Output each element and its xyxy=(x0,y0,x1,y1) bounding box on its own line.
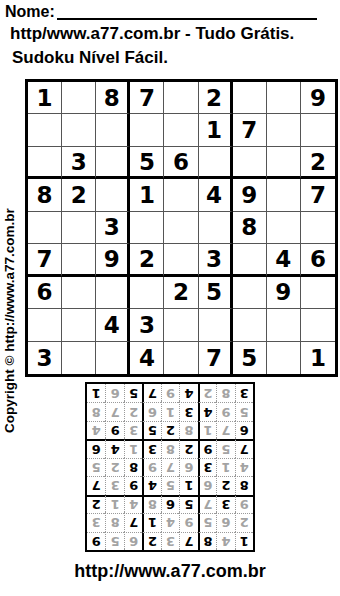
solution-cell-r1c8: 5 xyxy=(105,532,123,550)
solution-cell-r8c2: 9 xyxy=(216,402,234,420)
solution-cell-r4c7: 9 xyxy=(124,476,142,494)
sudoku-cell-r1c8 xyxy=(267,82,301,114)
sudoku-cell-r6c3: 9 xyxy=(96,244,130,276)
solution-cell-r4c6: 4 xyxy=(142,476,160,494)
name-label: Nome: xyxy=(5,3,55,20)
solution-cell-r5c3: 3 xyxy=(198,458,216,476)
sudoku-cell-r2c2 xyxy=(62,114,96,146)
solution-cell-r3c2: 3 xyxy=(216,495,234,513)
solution-cell-r2c2: 6 xyxy=(216,513,234,531)
solution-cell-r9c5: 9 xyxy=(161,384,179,402)
sudoku-cell-r9c7: 5 xyxy=(233,342,267,374)
sudoku-cell-r6c7 xyxy=(233,244,267,276)
sudoku-cell-r2c9 xyxy=(301,114,335,146)
sudoku-cell-r9c3 xyxy=(96,342,130,374)
solution-cell-r4c3: 6 xyxy=(198,476,216,494)
solution-cell-r4c5: 5 xyxy=(161,476,179,494)
sudoku-cell-r9c9: 1 xyxy=(301,342,335,374)
solution-cell-r8c8: 7 xyxy=(105,402,123,420)
solution-cell-r3c6: 8 xyxy=(142,495,160,513)
solution-cell-r7c6: 5 xyxy=(142,421,160,439)
solution-cell-r9c3: 2 xyxy=(198,384,216,402)
solution-cell-r5c6: 9 xyxy=(142,458,160,476)
sudoku-cell-r5c8 xyxy=(267,212,301,244)
sudoku-cell-r2c1 xyxy=(28,114,62,146)
solution-cell-r7c2: 7 xyxy=(216,421,234,439)
solution-cell-r2c3: 5 xyxy=(198,513,216,531)
solution-cell-r6c4: 2 xyxy=(179,439,197,457)
sudoku-cell-r4c4: 1 xyxy=(130,179,164,211)
sudoku-cell-r7c8: 9 xyxy=(267,277,301,309)
solution-cell-r8c5: 1 xyxy=(161,402,179,420)
sudoku-cell-r4c9: 7 xyxy=(301,179,335,211)
solution-cell-r9c2: 8 xyxy=(216,384,234,402)
difficulty-title: Sudoku Nível Fácil. xyxy=(12,48,168,68)
sudoku-cell-r9c2 xyxy=(62,342,96,374)
sudoku-cell-r1c2 xyxy=(62,82,96,114)
solution-cell-r6c1: 7 xyxy=(235,439,253,457)
sudoku-cell-r6c9: 6 xyxy=(301,244,335,276)
sudoku-cell-r5c3: 3 xyxy=(96,212,130,244)
solution-cell-r6c7: 1 xyxy=(124,439,142,457)
sudoku-cell-r4c7: 9 xyxy=(233,179,267,211)
solution-cell-r5c2: 1 xyxy=(216,458,234,476)
sudoku-cell-r4c6: 4 xyxy=(199,179,233,211)
solution-cell-r1c5: 3 xyxy=(161,532,179,550)
solution-cell-r7c1: 6 xyxy=(235,421,253,439)
sudoku-cell-r7c9 xyxy=(301,277,335,309)
solution-cell-r2c4: 9 xyxy=(179,513,197,531)
sudoku-cell-r6c8: 4 xyxy=(267,244,301,276)
sudoku-cell-r7c6: 5 xyxy=(199,277,233,309)
sudoku-cell-r3c9: 2 xyxy=(301,147,335,179)
solution-cell-r8c3: 4 xyxy=(198,402,216,420)
name-underline xyxy=(57,3,317,20)
solution-cell-r4c8: 3 xyxy=(105,476,123,494)
sudoku-cell-r3c4: 5 xyxy=(130,147,164,179)
sudoku-cell-r6c6: 3 xyxy=(199,244,233,276)
sudoku-cell-r2c4 xyxy=(130,114,164,146)
sudoku-cell-r1c3: 8 xyxy=(96,82,130,114)
solution-cell-r6c6: 3 xyxy=(142,439,160,457)
solution-cell-r6c3: 9 xyxy=(198,439,216,457)
sudoku-cell-r1c5 xyxy=(164,82,198,114)
sudoku-cell-r5c5 xyxy=(164,212,198,244)
sudoku-cell-r9c6: 7 xyxy=(199,342,233,374)
sudoku-cell-r3c3 xyxy=(96,147,130,179)
sudoku-cell-r5c9 xyxy=(301,212,335,244)
solution-cell-r6c9: 6 xyxy=(87,439,105,457)
sudoku-cell-r6c2 xyxy=(62,244,96,276)
sudoku-cell-r8c4: 3 xyxy=(130,309,164,341)
sudoku-cell-r4c5 xyxy=(164,179,198,211)
solution-cell-r4c1: 8 xyxy=(235,476,253,494)
sudoku-cell-r3c5: 6 xyxy=(164,147,198,179)
solution-cell-r1c7: 6 xyxy=(124,532,142,550)
solution-cell-r8c1: 5 xyxy=(235,402,253,420)
sudoku-cell-r9c8 xyxy=(267,342,301,374)
sudoku-cell-r1c1: 1 xyxy=(28,82,62,114)
sudoku-cell-r7c4 xyxy=(130,277,164,309)
solution-cell-r2c8: 8 xyxy=(105,513,123,531)
sudoku-cell-r3c6 xyxy=(199,147,233,179)
solution-cell-r7c8: 9 xyxy=(105,421,123,439)
solution-cell-r5c8: 2 xyxy=(105,458,123,476)
solution-cell-r9c4: 4 xyxy=(179,384,197,402)
solution-cell-r4c4: 1 xyxy=(179,476,197,494)
solution-cell-r7c5: 2 xyxy=(161,421,179,439)
sudoku-cell-r3c2: 3 xyxy=(62,147,96,179)
sudoku-cell-r3c1 xyxy=(28,147,62,179)
sudoku-cell-r6c4: 2 xyxy=(130,244,164,276)
sudoku-cell-r2c7: 7 xyxy=(233,114,267,146)
sudoku-cell-r5c7: 8 xyxy=(233,212,267,244)
sudoku-cell-r4c3 xyxy=(96,179,130,211)
solution-cell-r1c9: 9 xyxy=(87,532,105,550)
sudoku-cell-r5c4 xyxy=(130,212,164,244)
sudoku-cell-r1c9: 9 xyxy=(301,82,335,114)
solution-cell-r2c7: 7 xyxy=(124,513,142,531)
sudoku-cell-r8c7 xyxy=(233,309,267,341)
solution-cell-r9c8: 6 xyxy=(105,384,123,402)
solution-cell-r7c4: 8 xyxy=(179,421,197,439)
sudoku-cell-r6c5 xyxy=(164,244,198,276)
solution-cell-r1c3: 8 xyxy=(198,532,216,550)
sudoku-cell-r7c5: 2 xyxy=(164,277,198,309)
sudoku-cell-r6c1: 7 xyxy=(28,244,62,276)
solution-cell-r2c6: 1 xyxy=(142,513,160,531)
sudoku-cell-r7c3 xyxy=(96,277,130,309)
solution-cell-r9c1: 3 xyxy=(235,384,253,402)
solution-cell-r6c5: 8 xyxy=(161,439,179,457)
solution-cell-r7c7: 3 xyxy=(124,421,142,439)
solution-cell-r5c1: 4 xyxy=(235,458,253,476)
sudoku-cell-r8c5 xyxy=(164,309,198,341)
solution-cell-r1c4: 7 xyxy=(179,532,197,550)
sudoku-cell-r7c1: 6 xyxy=(28,277,62,309)
sudoku-cell-r3c8 xyxy=(267,147,301,179)
solution-cell-r7c9: 4 xyxy=(87,421,105,439)
solution-cell-r1c2: 4 xyxy=(216,532,234,550)
sudoku-cell-r4c2: 2 xyxy=(62,179,96,211)
solution-cell-r8c9: 8 xyxy=(87,402,105,420)
sudoku-cell-r7c2 xyxy=(62,277,96,309)
sudoku-cell-r2c3 xyxy=(96,114,130,146)
site-url-title: http/www.a77.com.br - Tudo Grátis. xyxy=(10,24,294,44)
solution-cell-r4c9: 7 xyxy=(87,476,105,494)
solution-cell-r9c9: 1 xyxy=(87,384,105,402)
solution-cell-r8c6: 6 xyxy=(142,402,160,420)
solution-cell-r5c4: 6 xyxy=(179,458,197,476)
solution-cell-r3c8: 1 xyxy=(105,495,123,513)
sudoku-cell-r3c7 xyxy=(233,147,267,179)
sudoku-cell-r2c6: 1 xyxy=(199,114,233,146)
sudoku-cell-r1c7 xyxy=(233,82,267,114)
sudoku-cell-r4c8 xyxy=(267,179,301,211)
solution-cell-r8c4: 3 xyxy=(179,402,197,420)
footer-url: http://www.a77.com.br xyxy=(0,561,340,582)
sudoku-cell-r5c2 xyxy=(62,212,96,244)
solution-cell-r2c9: 3 xyxy=(87,513,105,531)
solution-cell-r5c9: 5 xyxy=(87,458,105,476)
solution-cell-r6c8: 4 xyxy=(105,439,123,457)
solution-cell-r2c1: 2 xyxy=(235,513,253,531)
sudoku-grid: 187291735628214973879234662594334751 xyxy=(25,79,338,377)
solution-grid: 1487326592659417839375684128261549374136… xyxy=(85,382,255,552)
sudoku-cell-r7c7 xyxy=(233,277,267,309)
sudoku-cell-r9c1: 3 xyxy=(28,342,62,374)
solution-cell-r3c4: 5 xyxy=(179,495,197,513)
name-row: Nome: xyxy=(5,3,317,20)
solution-cell-r3c9: 2 xyxy=(87,495,105,513)
solution-cell-r2c5: 4 xyxy=(161,513,179,531)
sudoku-cell-r9c4: 4 xyxy=(130,342,164,374)
solution-cell-r5c5: 7 xyxy=(161,458,179,476)
copyright-vertical-text: Copyright © http://www.a77.com.br xyxy=(2,151,17,433)
solution-cell-r9c6: 7 xyxy=(142,384,160,402)
sudoku-cell-r1c4: 7 xyxy=(130,82,164,114)
sudoku-cell-r2c8 xyxy=(267,114,301,146)
solution-cell-r4c2: 2 xyxy=(216,476,234,494)
solution-cell-r3c5: 6 xyxy=(161,495,179,513)
solution-cell-r6c2: 5 xyxy=(216,439,234,457)
sudoku-cell-r9c5 xyxy=(164,342,198,374)
sudoku-cell-r8c8 xyxy=(267,309,301,341)
solution-cell-r8c7: 2 xyxy=(124,402,142,420)
sudoku-cell-r8c2 xyxy=(62,309,96,341)
sudoku-cell-r1c6: 2 xyxy=(199,82,233,114)
sudoku-cell-r8c9 xyxy=(301,309,335,341)
sudoku-cell-r5c6 xyxy=(199,212,233,244)
solution-cell-r3c1: 9 xyxy=(235,495,253,513)
solution-cell-r5c7: 8 xyxy=(124,458,142,476)
sudoku-cell-r4c1: 8 xyxy=(28,179,62,211)
solution-cell-r3c7: 4 xyxy=(124,495,142,513)
sudoku-cell-r8c1 xyxy=(28,309,62,341)
solution-cell-r1c1: 1 xyxy=(235,532,253,550)
solution-cell-r7c3: 1 xyxy=(198,421,216,439)
sudoku-cell-r5c1 xyxy=(28,212,62,244)
sudoku-cell-r8c3: 4 xyxy=(96,309,130,341)
solution-cell-r3c3: 7 xyxy=(198,495,216,513)
solution-cell-r1c6: 2 xyxy=(142,532,160,550)
solution-cell-r9c7: 5 xyxy=(124,384,142,402)
sudoku-cell-r8c6 xyxy=(199,309,233,341)
sudoku-cell-r2c5 xyxy=(164,114,198,146)
